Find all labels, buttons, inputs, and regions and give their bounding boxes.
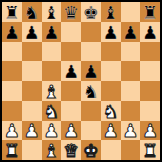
square-h6[interactable] bbox=[140, 42, 160, 62]
square-a5[interactable] bbox=[2, 61, 22, 81]
square-a8[interactable]: ♜ bbox=[2, 2, 22, 22]
black-pawn: ♟ bbox=[103, 23, 119, 41]
square-a3[interactable] bbox=[2, 101, 22, 121]
black-king: ♚ bbox=[83, 3, 99, 21]
square-f7[interactable]: ♟ bbox=[101, 22, 121, 42]
black-rook: ♜ bbox=[142, 3, 158, 21]
square-f8[interactable]: ♝ bbox=[101, 2, 121, 22]
square-c4[interactable]: ♝ bbox=[42, 81, 62, 101]
square-g7[interactable]: ♟ bbox=[121, 22, 141, 42]
white-bishop: ♝ bbox=[43, 142, 59, 160]
square-a2[interactable]: ♟ bbox=[2, 121, 22, 141]
square-h4[interactable] bbox=[140, 81, 160, 101]
white-knight: ♞ bbox=[43, 102, 59, 120]
square-e2[interactable] bbox=[81, 121, 101, 141]
square-a7[interactable]: ♟ bbox=[2, 22, 22, 42]
black-knight: ♞ bbox=[83, 82, 99, 100]
square-b1[interactable] bbox=[22, 140, 42, 160]
white-rook: ♜ bbox=[4, 142, 20, 160]
square-g6[interactable] bbox=[121, 42, 141, 62]
square-d7[interactable] bbox=[61, 22, 81, 42]
white-pawn: ♟ bbox=[142, 122, 158, 140]
white-rook: ♜ bbox=[142, 142, 158, 160]
black-pawn: ♟ bbox=[63, 63, 79, 81]
black-knight: ♞ bbox=[24, 3, 40, 21]
square-b7[interactable]: ♟ bbox=[22, 22, 42, 42]
white-queen: ♛ bbox=[63, 142, 79, 160]
white-pawn: ♟ bbox=[103, 122, 119, 140]
square-h7[interactable]: ♟ bbox=[140, 22, 160, 42]
square-b2[interactable]: ♟ bbox=[22, 121, 42, 141]
white-bishop: ♝ bbox=[43, 82, 59, 100]
square-d3[interactable] bbox=[61, 101, 81, 121]
black-pawn: ♟ bbox=[142, 23, 158, 41]
square-e7[interactable] bbox=[81, 22, 101, 42]
white-pawn: ♟ bbox=[24, 122, 40, 140]
square-g8[interactable] bbox=[121, 2, 141, 22]
square-c8[interactable]: ♝ bbox=[42, 2, 62, 22]
square-h5[interactable] bbox=[140, 61, 160, 81]
white-pawn: ♟ bbox=[122, 122, 138, 140]
square-h8[interactable]: ♜ bbox=[140, 2, 160, 22]
square-c1[interactable]: ♝ bbox=[42, 140, 62, 160]
square-d4[interactable] bbox=[61, 81, 81, 101]
black-pawn: ♟ bbox=[122, 23, 138, 41]
square-c2[interactable]: ♟ bbox=[42, 121, 62, 141]
square-e8[interactable]: ♚ bbox=[81, 2, 101, 22]
square-f2[interactable]: ♟ bbox=[101, 121, 121, 141]
square-b8[interactable]: ♞ bbox=[22, 2, 42, 22]
black-pawn: ♟ bbox=[4, 23, 20, 41]
square-b6[interactable] bbox=[22, 42, 42, 62]
square-f1[interactable] bbox=[101, 140, 121, 160]
chess-board: ♜♞♝♛♚♝♜♟♟♟♟♟♟♟♟♝♞♞♞♟♟♟♟♟♟♟♜♝♛♚♜ bbox=[0, 0, 162, 162]
square-f5[interactable] bbox=[101, 61, 121, 81]
white-pawn: ♟ bbox=[4, 122, 20, 140]
white-king: ♚ bbox=[83, 142, 99, 160]
square-e4[interactable]: ♞ bbox=[81, 81, 101, 101]
square-h3[interactable] bbox=[140, 101, 160, 121]
square-a4[interactable] bbox=[2, 81, 22, 101]
square-h2[interactable]: ♟ bbox=[140, 121, 160, 141]
square-c7[interactable]: ♟ bbox=[42, 22, 62, 42]
square-b4[interactable] bbox=[22, 81, 42, 101]
square-e3[interactable] bbox=[81, 101, 101, 121]
square-b3[interactable] bbox=[22, 101, 42, 121]
white-pawn: ♟ bbox=[43, 122, 59, 140]
square-e6[interactable] bbox=[81, 42, 101, 62]
square-f3[interactable]: ♞ bbox=[101, 101, 121, 121]
black-pawn: ♟ bbox=[43, 23, 59, 41]
square-b5[interactable] bbox=[22, 61, 42, 81]
square-a6[interactable] bbox=[2, 42, 22, 62]
square-e1[interactable]: ♚ bbox=[81, 140, 101, 160]
square-c6[interactable] bbox=[42, 42, 62, 62]
square-a1[interactable]: ♜ bbox=[2, 140, 22, 160]
square-d5[interactable]: ♟ bbox=[61, 61, 81, 81]
square-g1[interactable] bbox=[121, 140, 141, 160]
square-c5[interactable] bbox=[42, 61, 62, 81]
white-knight: ♞ bbox=[103, 102, 119, 120]
black-bishop: ♝ bbox=[43, 3, 59, 21]
square-d2[interactable]: ♟ bbox=[61, 121, 81, 141]
square-d6[interactable] bbox=[61, 42, 81, 62]
square-c3[interactable]: ♞ bbox=[42, 101, 62, 121]
black-rook: ♜ bbox=[4, 3, 20, 21]
black-bishop: ♝ bbox=[103, 3, 119, 21]
black-queen: ♛ bbox=[63, 3, 79, 21]
square-h1[interactable]: ♜ bbox=[140, 140, 160, 160]
square-g2[interactable]: ♟ bbox=[121, 121, 141, 141]
square-d8[interactable]: ♛ bbox=[61, 2, 81, 22]
square-f6[interactable] bbox=[101, 42, 121, 62]
black-pawn: ♟ bbox=[24, 23, 40, 41]
square-g4[interactable] bbox=[121, 81, 141, 101]
square-g5[interactable] bbox=[121, 61, 141, 81]
square-e5[interactable]: ♟ bbox=[81, 61, 101, 81]
square-g3[interactable] bbox=[121, 101, 141, 121]
white-pawn: ♟ bbox=[63, 122, 79, 140]
square-d1[interactable]: ♛ bbox=[61, 140, 81, 160]
square-f4[interactable] bbox=[101, 81, 121, 101]
black-pawn: ♟ bbox=[83, 63, 99, 81]
